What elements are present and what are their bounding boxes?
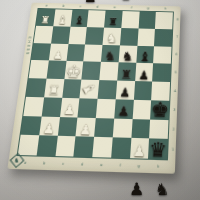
board-square-h5 [152,63,170,82]
file-label: d [81,163,84,167]
white-pawn: ♟ [52,51,63,61]
white-rook: ♜ [40,16,51,26]
board-square-e2 [94,118,114,138]
white-king: ♚ [65,63,83,80]
file-label: f [119,164,121,168]
board-square-f1 [111,138,131,159]
white-rook: ♜ [47,85,60,98]
board-square-c6 [66,44,85,62]
board-square-d7 [85,27,104,45]
board-square-h1: ♛ [148,139,168,160]
white-bishop: ♝ [56,15,68,26]
file-label: b [62,5,64,8]
board-square-h6 [153,46,171,64]
board-square-f8 [121,11,139,28]
black-pawn: ♟ [117,106,130,119]
board-square-b8: ♝ [53,9,72,26]
board-square-f6: ♞ [118,45,137,63]
board-square-g7 [137,28,155,46]
file-label: b [43,162,46,166]
board-square-g3 [132,100,151,120]
board-square-c3: ♟ [60,98,80,117]
board-square-h7 [154,29,172,47]
board-grid: ♜♝♝♜♞♟♞♞♝♚♜♟♜♝♟♟♟♚♟♟♟♛ [17,8,174,160]
board-square-d6 [83,44,102,62]
white-bishop-fallen: ♝ [80,79,99,98]
file-label: c [80,5,82,8]
rank-label: 8 [177,18,179,21]
board-square-e8: ♜ [104,11,122,28]
board-square-d2: ♟ [76,117,96,137]
rank-label: 6 [175,53,177,56]
black-bishop: ♝ [138,51,151,64]
captured-black-pawn: ♟ [84,0,97,4]
white-pawn: ♟ [63,104,76,117]
board-square-c4 [62,79,82,98]
board-square-e6: ♞ [101,44,120,62]
black-bishop: ♝ [73,16,85,27]
board-square-d1 [74,137,94,158]
board-square-f3: ♟ [114,99,133,119]
board-square-e1 [92,137,112,158]
black-knight: ♞ [104,51,116,63]
board-square-g6: ♝ [136,45,154,63]
board-square-d5 [82,62,101,80]
board-square-g5: ♟ [135,63,154,82]
board-square-c2 [57,117,77,137]
board-square-b6: ♟ [49,43,68,61]
black-queen: ♛ [149,139,168,159]
board-square-b1 [36,135,57,156]
chess-board: abcdefgh abcdefgh 87654321 CHESS ♞ ♜♝♝♜♞… [7,3,180,174]
board-square-e3 [96,99,116,118]
file-label: h [164,7,166,10]
board-square-d4: ♝ [80,80,100,99]
board-square-f4: ♟ [115,81,134,100]
rank-label: 5 [175,71,177,74]
file-label: g [147,7,149,10]
board-square-e4 [98,80,117,99]
board-square-f7 [120,28,138,46]
file-label: h [157,165,160,169]
board-square-d8 [87,10,106,27]
white-pawn: ♟ [42,123,56,136]
board-square-h4 [151,82,170,101]
black-pawn: ♟ [119,88,131,100]
black-knight: ♞ [121,51,133,63]
file-label: d [96,6,98,9]
black-rook: ♜ [108,18,118,28]
board-square-e5 [99,62,118,81]
captured-black-pawn: ♟ [121,0,131,2]
board-square-d3 [78,98,98,117]
knight-emblem-icon: ♞ [14,157,21,164]
board-square-c5: ♚ [64,61,84,79]
board-square-c1 [55,136,76,157]
board-square-f2 [112,118,132,138]
file-label: f [131,6,132,9]
board-square-b4: ♜ [44,79,64,98]
board-square-b5 [46,61,66,79]
file-label: e [114,6,116,9]
board-square-b7 [51,26,70,44]
black-king: ♚ [150,100,169,120]
file-label: e [100,163,103,167]
board-square-h2 [149,119,168,139]
rank-label: 7 [176,36,178,39]
board-square-g2 [131,119,150,139]
board-square-c8: ♝ [70,10,89,27]
board-square-f5: ♜ [117,63,136,82]
rank-label: 2 [172,128,174,132]
black-rook: ♜ [120,69,132,81]
rank-label: 3 [173,109,175,113]
chessboard-photo-scene: abcdefgh abcdefgh 87654321 CHESS ♞ ♜♝♝♜♞… [0,0,200,200]
board-square-g8 [138,12,156,29]
white-knight: ♞ [105,33,117,45]
captured-black-pawn: ♟ [129,181,144,198]
rank-label: 4 [174,90,176,94]
file-label: g [137,164,140,168]
white-pawn: ♟ [132,144,146,159]
board-square-b2: ♟ [39,116,60,136]
rank-label: 1 [172,148,174,152]
board-square-c7 [68,26,87,44]
board-square-h3: ♚ [150,100,169,120]
file-label: c [62,162,64,166]
file-label: a [24,161,27,165]
board-square-g4 [133,81,152,100]
file-label: a [45,4,47,7]
board-square-b3 [41,97,61,116]
captured-black-knight: ♞ [155,182,169,198]
white-pawn: ♟ [79,124,92,137]
board-square-g1: ♟ [130,138,150,159]
file-labels-bottom: abcdefgh [15,161,167,169]
board-square-h8 [155,12,173,29]
black-pawn: ♟ [138,70,149,81]
board-square-e7: ♞ [103,27,122,45]
